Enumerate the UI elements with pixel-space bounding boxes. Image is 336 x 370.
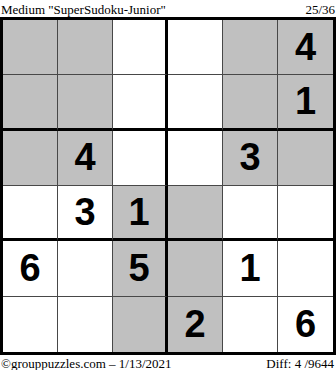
cell-r4c4[interactable]	[168, 186, 223, 241]
cell-r1c3[interactable]	[113, 20, 168, 75]
difficulty-label: Diff: 4 /9644	[266, 357, 334, 370]
cell-r2c3[interactable]	[113, 75, 168, 130]
footer: ©grouppuzzles.com – 1/13/2021 Diff: 4 /9…	[0, 355, 336, 370]
sudoku-grid: 41433165126	[0, 17, 336, 355]
cell-r4c3[interactable]: 1	[113, 186, 168, 241]
cell-r3c3[interactable]	[113, 131, 168, 186]
cell-r6c1[interactable]	[3, 297, 58, 352]
cell-r2c6[interactable]: 1	[278, 75, 333, 130]
cell-r5c2[interactable]	[58, 241, 113, 296]
cell-r1c6[interactable]: 4	[278, 20, 333, 75]
cell-r6c3[interactable]	[113, 297, 168, 352]
cell-r6c4[interactable]: 2	[168, 297, 223, 352]
cell-r5c6[interactable]	[278, 241, 333, 296]
cell-r3c4[interactable]	[168, 131, 223, 186]
cell-r6c2[interactable]	[58, 297, 113, 352]
cell-r2c1[interactable]	[3, 75, 58, 130]
cell-r6c6[interactable]: 6	[278, 297, 333, 352]
cell-r5c5[interactable]: 1	[223, 241, 278, 296]
cell-r3c5[interactable]: 3	[223, 131, 278, 186]
cell-r1c1[interactable]	[3, 20, 58, 75]
cell-r5c3[interactable]: 5	[113, 241, 168, 296]
cell-r4c2[interactable]: 3	[58, 186, 113, 241]
cell-r5c1[interactable]: 6	[3, 241, 58, 296]
cell-r1c4[interactable]	[168, 20, 223, 75]
cell-r1c2[interactable]	[58, 20, 113, 75]
cell-r4c1[interactable]	[3, 186, 58, 241]
cell-r3c1[interactable]	[3, 131, 58, 186]
cell-r5c4[interactable]	[168, 241, 223, 296]
cell-r3c2[interactable]: 4	[58, 131, 113, 186]
cell-r4c6[interactable]	[278, 186, 333, 241]
cell-r3c6[interactable]	[278, 131, 333, 186]
copyright-credit: ©grouppuzzles.com – 1/13/2021	[1, 357, 172, 370]
clue-counter: 25/36	[305, 2, 335, 17]
cell-r2c2[interactable]	[58, 75, 113, 130]
puzzle-title: Medium "SuperSudoku-Junior"	[1, 2, 166, 17]
cell-r6c5[interactable]	[223, 297, 278, 352]
header: Medium "SuperSudoku-Junior" 25/36	[0, 0, 336, 17]
cell-r1c5[interactable]	[223, 20, 278, 75]
cell-r2c4[interactable]	[168, 75, 223, 130]
cell-r4c5[interactable]	[223, 186, 278, 241]
cell-r2c5[interactable]	[223, 75, 278, 130]
